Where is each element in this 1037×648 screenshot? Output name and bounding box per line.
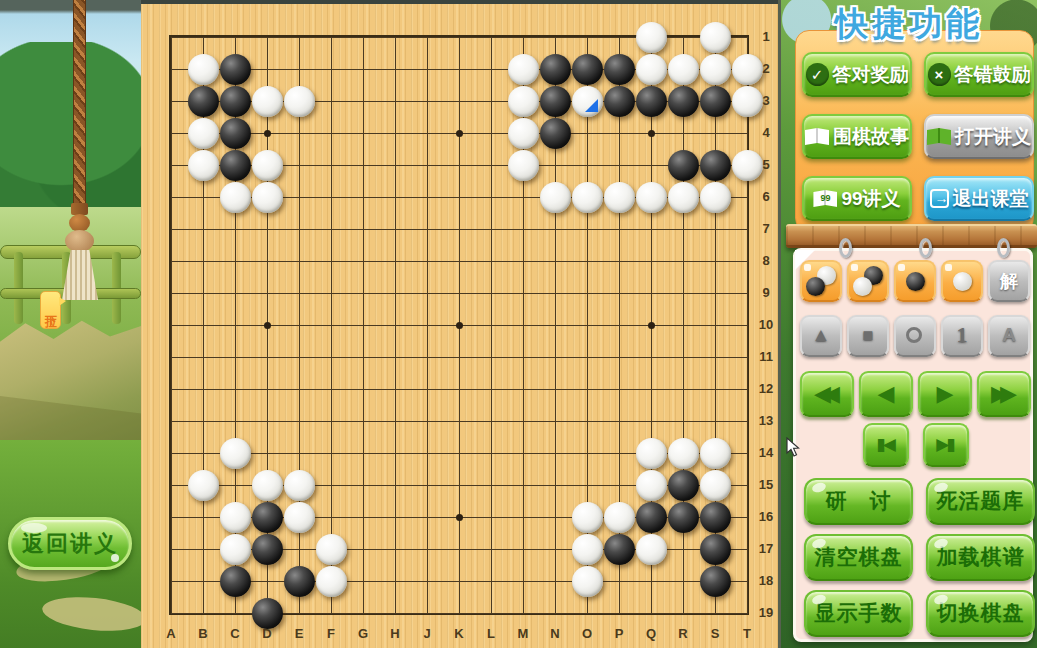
star-point xyxy=(456,514,463,521)
circle-marker-glyph xyxy=(906,327,922,343)
black-stone xyxy=(700,534,731,565)
black-front-white-back-stones-icon[interactable] xyxy=(800,260,842,302)
x-circle-icon: × xyxy=(928,63,951,86)
action-button-清空棋盘[interactable]: 清空棋盘 xyxy=(804,534,913,581)
quick-button-label: 围棋故事 xyxy=(833,124,909,150)
app-window: 下拉 返回讲义 ABCDEFGHJKLMNOPQRST 123456789101… xyxy=(0,0,1037,648)
col-label: N xyxy=(543,626,567,641)
black-stone xyxy=(572,54,603,85)
triangle-marker-icon[interactable]: ▲ xyxy=(800,315,842,357)
white-stone xyxy=(220,534,251,565)
col-label: D xyxy=(255,626,279,641)
pull-rope[interactable] xyxy=(73,0,86,207)
col-label: M xyxy=(511,626,535,641)
marker-glyph: A xyxy=(990,316,1028,354)
white-stone xyxy=(252,182,283,213)
shelf-hook xyxy=(997,238,1010,258)
row-label: 2 xyxy=(753,61,779,76)
white-stone xyxy=(188,54,219,85)
black-stone xyxy=(636,86,667,117)
white-stone xyxy=(700,54,731,85)
white-stone xyxy=(636,438,667,469)
star-point xyxy=(648,130,655,137)
white-stone xyxy=(668,54,699,85)
row-label: 18 xyxy=(753,573,779,588)
col-label: A xyxy=(159,626,183,641)
square-marker-icon[interactable]: ■ xyxy=(847,315,889,357)
quick-button-label: 答错鼓励 xyxy=(955,62,1031,88)
col-label: Q xyxy=(639,626,663,641)
row-label: 16 xyxy=(753,509,779,524)
action-button-显示手数[interactable]: 显示手数 xyxy=(804,590,913,637)
back-to-lecture-button[interactable]: 返回讲义 xyxy=(8,517,132,570)
white-stone xyxy=(220,502,251,533)
black-stone-front xyxy=(806,277,825,296)
quick-button-围棋故事[interactable]: 围棋故事 xyxy=(802,114,912,159)
row-label: 15 xyxy=(753,477,779,492)
row-label: 1 xyxy=(753,29,779,44)
circle-marker-icon[interactable] xyxy=(894,315,936,357)
row-label: 9 xyxy=(753,285,779,300)
action-button-研讨[interactable]: 研 讨 xyxy=(804,478,913,525)
black-stone xyxy=(220,118,251,149)
col-label: P xyxy=(607,626,631,641)
go-board[interactable]: ABCDEFGHJKLMNOPQRST 12345678910111213141… xyxy=(141,0,781,648)
marker-glyph: 1 xyxy=(943,316,981,354)
scene-tree-canopy xyxy=(0,42,141,207)
black-stone xyxy=(604,54,635,85)
white-stone xyxy=(252,150,283,181)
board-top-edge xyxy=(141,0,781,4)
quick-button-答错鼓励[interactable]: ×答错鼓励 xyxy=(924,52,1034,97)
to-start-button[interactable]: ▮◀ xyxy=(863,423,909,467)
marker-glyph: ▲ xyxy=(802,316,840,354)
white-stone xyxy=(572,566,603,597)
col-label: F xyxy=(319,626,343,641)
row-label: 13 xyxy=(753,413,779,428)
solve-icon[interactable]: 解 xyxy=(988,260,1030,302)
black-stone xyxy=(540,118,571,149)
action-button-切换棋盘[interactable]: 切换棋盘 xyxy=(926,590,1035,637)
quick-button-退出课堂[interactable]: →退出课堂 xyxy=(924,176,1034,221)
black-stone xyxy=(668,470,699,501)
black-stone xyxy=(604,534,635,565)
control-panel: 快捷功能 ✓答对奖励×答错鼓励围棋故事打开讲义9999讲义→退出课堂 解▲■1A… xyxy=(781,0,1037,648)
star-point xyxy=(264,130,271,137)
pull-down-tag[interactable]: 下拉 xyxy=(40,291,61,329)
quick-button-label: 打开讲义 xyxy=(955,124,1031,150)
col-label: S xyxy=(703,626,727,641)
last-move-marker-icon xyxy=(585,99,598,112)
row-label: 7 xyxy=(753,221,779,236)
black-stone xyxy=(906,272,925,291)
black-stone xyxy=(252,502,283,533)
white-stone xyxy=(700,470,731,501)
col-label: G xyxy=(351,626,375,641)
white-stone xyxy=(252,470,283,501)
white-stone xyxy=(188,150,219,181)
star-point xyxy=(648,322,655,329)
row-label: 19 xyxy=(753,605,779,620)
row-label: 5 xyxy=(753,157,779,172)
white-stone xyxy=(636,182,667,213)
white-stone xyxy=(668,182,699,213)
col-label: H xyxy=(383,626,407,641)
fast-forward-button[interactable]: ▶▶ xyxy=(977,371,1031,417)
row-label: 6 xyxy=(753,189,779,204)
col-label: K xyxy=(447,626,471,641)
white-stone-icon[interactable] xyxy=(941,260,983,302)
quick-button-label: 退出课堂 xyxy=(953,186,1029,212)
black-stone xyxy=(220,566,251,597)
row-label: 12 xyxy=(753,381,779,396)
white-front-black-back-stones-icon[interactable] xyxy=(847,260,889,302)
rope-tassel[interactable] xyxy=(65,230,94,252)
book-99-icon: 99 xyxy=(813,190,837,207)
black-stone-icon[interactable] xyxy=(894,260,936,302)
white-stone xyxy=(540,182,571,213)
quick-button-答对奖励[interactable]: ✓答对奖励 xyxy=(802,52,912,97)
row-label: 3 xyxy=(753,93,779,108)
white-stone xyxy=(284,470,315,501)
black-stone xyxy=(668,502,699,533)
black-stone xyxy=(252,598,283,629)
row-label: 17 xyxy=(753,541,779,556)
marker-glyph: ■ xyxy=(849,316,887,354)
black-stone xyxy=(668,86,699,117)
white-stone xyxy=(220,182,251,213)
white-stone xyxy=(604,182,635,213)
mouse-cursor xyxy=(786,437,800,457)
black-stone xyxy=(700,86,731,117)
white-stone xyxy=(572,534,603,565)
black-stone xyxy=(700,502,731,533)
col-label: O xyxy=(575,626,599,641)
white-stone xyxy=(252,86,283,117)
letter-marker-icon[interactable]: A xyxy=(988,315,1030,357)
black-stone xyxy=(540,54,571,85)
white-stone xyxy=(636,534,667,565)
action-button-死活题库[interactable]: 死活题库 xyxy=(926,478,1035,525)
open-book-icon xyxy=(927,128,951,145)
book-99-text: 99 xyxy=(813,193,837,203)
white-stone xyxy=(953,272,972,291)
col-label: C xyxy=(223,626,247,641)
white-stone xyxy=(700,438,731,469)
row-label: 8 xyxy=(753,253,779,268)
col-label: R xyxy=(671,626,695,641)
white-stone xyxy=(316,566,347,597)
black-stone xyxy=(220,54,251,85)
white-stone xyxy=(508,54,539,85)
black-stone xyxy=(188,86,219,117)
step-backward-button[interactable]: ◀ xyxy=(859,371,913,417)
row-label: 10 xyxy=(753,317,779,332)
col-label: E xyxy=(287,626,311,641)
white-stone xyxy=(188,118,219,149)
shelf-hook xyxy=(919,238,932,258)
white-stone xyxy=(636,54,667,85)
quick-button-99讲义[interactable]: 9999讲义 xyxy=(802,176,912,221)
white-stone xyxy=(220,438,251,469)
scene-sidebar: 下拉 返回讲义 xyxy=(0,0,141,648)
star-point xyxy=(456,130,463,137)
star-point xyxy=(456,322,463,329)
black-stone xyxy=(604,86,635,117)
white-stone xyxy=(604,502,635,533)
white-stone xyxy=(508,86,539,117)
white-stone xyxy=(284,86,315,117)
star-point xyxy=(264,322,271,329)
row-label: 11 xyxy=(753,349,779,364)
number-marker-icon[interactable]: 1 xyxy=(941,315,983,357)
tool-panel: 解▲■1A◀◀◀▶▶▶▮◀▶▮研 讨死活题库清空棋盘加载棋谱显示手数切换棋盘 xyxy=(793,248,1033,642)
white-stone xyxy=(700,22,731,53)
black-stone xyxy=(668,150,699,181)
black-stone xyxy=(700,566,731,597)
white-stone xyxy=(284,502,315,533)
white-stone xyxy=(636,22,667,53)
action-button-加载棋谱[interactable]: 加载棋谱 xyxy=(926,534,1035,581)
white-stone xyxy=(700,182,731,213)
white-stone xyxy=(572,502,603,533)
white-stone xyxy=(508,118,539,149)
col-label: L xyxy=(479,626,503,641)
black-stone xyxy=(700,150,731,181)
col-label: T xyxy=(735,626,759,641)
quick-function-panel: ✓答对奖励×答错鼓励围棋故事打开讲义9999讲义→退出课堂 xyxy=(795,30,1034,232)
quick-button-label: 99讲义 xyxy=(841,186,900,212)
black-stone xyxy=(284,566,315,597)
black-stone xyxy=(252,534,283,565)
white-stone xyxy=(572,86,603,117)
to-end-button[interactable]: ▶▮ xyxy=(923,423,969,467)
quick-button-label: 答对奖励 xyxy=(833,62,909,88)
white-stone xyxy=(508,150,539,181)
row-label: 4 xyxy=(753,125,779,140)
black-stone xyxy=(636,502,667,533)
panel-title: 快捷功能 xyxy=(781,2,1037,47)
white-stone xyxy=(188,470,219,501)
white-stone-front xyxy=(853,277,872,296)
black-stone xyxy=(540,86,571,117)
col-label: B xyxy=(191,626,215,641)
fast-backward-button[interactable]: ◀◀ xyxy=(800,371,854,417)
quick-button-打开讲义[interactable]: 打开讲义 xyxy=(924,114,1034,159)
exit-door-icon: → xyxy=(930,189,949,208)
white-stone xyxy=(316,534,347,565)
white-stone xyxy=(668,438,699,469)
white-stone xyxy=(636,470,667,501)
exit-arrow: → xyxy=(935,190,949,206)
shelf-hook xyxy=(839,238,852,258)
book-icon xyxy=(805,128,829,145)
step-forward-button[interactable]: ▶ xyxy=(918,371,972,417)
check-circle-icon: ✓ xyxy=(806,63,829,86)
black-stone xyxy=(220,150,251,181)
col-label: J xyxy=(415,626,439,641)
row-label: 14 xyxy=(753,445,779,460)
white-stone xyxy=(572,182,603,213)
black-stone xyxy=(220,86,251,117)
